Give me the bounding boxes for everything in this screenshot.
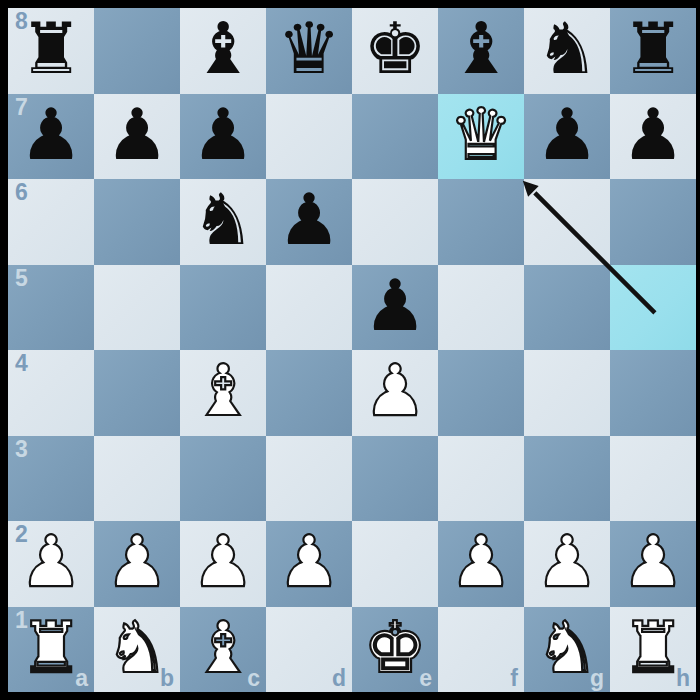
square-g3[interactable]	[524, 436, 610, 522]
square-h8[interactable]: ♜	[610, 8, 696, 94]
square-b4[interactable]	[94, 350, 180, 436]
square-c5[interactable]	[180, 265, 266, 351]
square-b1[interactable]: b♞	[94, 607, 180, 693]
square-e7[interactable]	[352, 94, 438, 180]
square-h5[interactable]	[610, 265, 696, 351]
square-b7[interactable]: ♟	[94, 94, 180, 180]
square-a6[interactable]: 6	[8, 179, 94, 265]
piece-black-pawn[interactable]: ♟	[363, 263, 427, 348]
square-h7[interactable]: ♟	[610, 94, 696, 180]
square-h3[interactable]	[610, 436, 696, 522]
piece-black-knight[interactable]: ♞	[535, 6, 599, 91]
square-b2[interactable]: ♟	[94, 521, 180, 607]
square-a7[interactable]: 7♟	[8, 94, 94, 180]
square-d3[interactable]	[266, 436, 352, 522]
square-f7[interactable]: ♛	[438, 94, 524, 180]
piece-white-queen[interactable]: ♛	[449, 92, 513, 177]
square-d8[interactable]: ♛	[266, 8, 352, 94]
square-b8[interactable]	[94, 8, 180, 94]
square-c2[interactable]: ♟	[180, 521, 266, 607]
chess-board[interactable]: 8♜♝♛♚♝♞♜7♟♟♟♛♟♟6♞♟5♟4♝♟32♟♟♟♟♟♟♟1a♜b♞c♝d…	[8, 8, 696, 692]
rank-label-5: 5	[15, 267, 28, 290]
square-c7[interactable]: ♟	[180, 94, 266, 180]
square-g5[interactable]	[524, 265, 610, 351]
square-f8[interactable]: ♝	[438, 8, 524, 94]
piece-black-rook[interactable]: ♜	[621, 6, 685, 91]
square-a2[interactable]: 2♟	[8, 521, 94, 607]
square-c8[interactable]: ♝	[180, 8, 266, 94]
rank-label-6: 6	[15, 181, 28, 204]
square-c4[interactable]: ♝	[180, 350, 266, 436]
square-g8[interactable]: ♞	[524, 8, 610, 94]
piece-white-pawn[interactable]: ♟	[277, 519, 341, 604]
piece-black-pawn[interactable]: ♟	[277, 177, 341, 262]
square-h2[interactable]: ♟	[610, 521, 696, 607]
square-f1[interactable]: f	[438, 607, 524, 693]
piece-white-pawn[interactable]: ♟	[105, 519, 169, 604]
square-g7[interactable]: ♟	[524, 94, 610, 180]
square-h1[interactable]: h♜	[610, 607, 696, 693]
piece-white-pawn[interactable]: ♟	[535, 519, 599, 604]
square-b5[interactable]	[94, 265, 180, 351]
square-e3[interactable]	[352, 436, 438, 522]
piece-black-queen[interactable]: ♛	[277, 6, 341, 91]
rank-label-3: 3	[15, 438, 28, 461]
piece-white-pawn[interactable]: ♟	[363, 348, 427, 433]
piece-black-bishop[interactable]: ♝	[449, 6, 513, 91]
piece-black-pawn[interactable]: ♟	[19, 92, 83, 177]
square-f6[interactable]	[438, 179, 524, 265]
piece-white-knight[interactable]: ♞	[105, 605, 169, 690]
square-f4[interactable]	[438, 350, 524, 436]
square-b6[interactable]	[94, 179, 180, 265]
piece-white-pawn[interactable]: ♟	[191, 519, 255, 604]
piece-black-knight[interactable]: ♞	[191, 177, 255, 262]
square-d5[interactable]	[266, 265, 352, 351]
piece-white-rook[interactable]: ♜	[19, 605, 83, 690]
square-b3[interactable]	[94, 436, 180, 522]
piece-white-pawn[interactable]: ♟	[19, 519, 83, 604]
board-frame: 8♜♝♛♚♝♞♜7♟♟♟♛♟♟6♞♟5♟4♝♟32♟♟♟♟♟♟♟1a♜b♞c♝d…	[0, 0, 700, 700]
rank-label-4: 4	[15, 352, 28, 375]
square-g4[interactable]	[524, 350, 610, 436]
piece-white-pawn[interactable]: ♟	[449, 519, 513, 604]
square-d1[interactable]: d	[266, 607, 352, 693]
square-f3[interactable]	[438, 436, 524, 522]
piece-black-king[interactable]: ♚	[363, 6, 427, 91]
square-f5[interactable]	[438, 265, 524, 351]
square-a1[interactable]: 1a♜	[8, 607, 94, 693]
square-g2[interactable]: ♟	[524, 521, 610, 607]
square-c6[interactable]: ♞	[180, 179, 266, 265]
square-g6[interactable]	[524, 179, 610, 265]
square-e1[interactable]: e♚	[352, 607, 438, 693]
piece-black-bishop[interactable]: ♝	[191, 6, 255, 91]
square-f2[interactable]: ♟	[438, 521, 524, 607]
piece-black-pawn[interactable]: ♟	[105, 92, 169, 177]
piece-white-rook[interactable]: ♜	[621, 605, 685, 690]
piece-white-knight[interactable]: ♞	[535, 605, 599, 690]
square-a3[interactable]: 3	[8, 436, 94, 522]
square-a8[interactable]: 8♜	[8, 8, 94, 94]
square-c1[interactable]: c♝	[180, 607, 266, 693]
square-d7[interactable]	[266, 94, 352, 180]
piece-black-pawn[interactable]: ♟	[191, 92, 255, 177]
square-d4[interactable]	[266, 350, 352, 436]
piece-black-rook[interactable]: ♜	[19, 6, 83, 91]
square-a5[interactable]: 5	[8, 265, 94, 351]
piece-black-pawn[interactable]: ♟	[621, 92, 685, 177]
piece-white-pawn[interactable]: ♟	[621, 519, 685, 604]
square-d2[interactable]: ♟	[266, 521, 352, 607]
square-e6[interactable]	[352, 179, 438, 265]
square-e8[interactable]: ♚	[352, 8, 438, 94]
piece-white-bishop[interactable]: ♝	[191, 348, 255, 433]
square-e5[interactable]: ♟	[352, 265, 438, 351]
square-g1[interactable]: g♞	[524, 607, 610, 693]
square-c3[interactable]	[180, 436, 266, 522]
square-e2[interactable]	[352, 521, 438, 607]
square-a4[interactable]: 4	[8, 350, 94, 436]
piece-white-bishop[interactable]: ♝	[191, 605, 255, 690]
square-e4[interactable]: ♟	[352, 350, 438, 436]
square-h6[interactable]	[610, 179, 696, 265]
file-label-d: d	[332, 667, 346, 690]
file-label-f: f	[510, 667, 518, 690]
square-h4[interactable]	[610, 350, 696, 436]
piece-white-king[interactable]: ♚	[363, 605, 427, 690]
piece-black-pawn[interactable]: ♟	[535, 92, 599, 177]
square-d6[interactable]: ♟	[266, 179, 352, 265]
